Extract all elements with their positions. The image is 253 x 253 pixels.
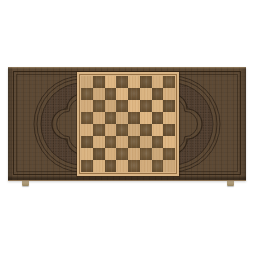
board-square: [105, 100, 117, 112]
board-square: [81, 160, 93, 172]
board-square: [128, 76, 140, 88]
board-square: [152, 88, 164, 100]
board-square: [140, 88, 152, 100]
left-rosette-ornament: [8, 67, 88, 181]
board-square: [140, 112, 152, 124]
board-square: [128, 124, 140, 136]
board-square: [152, 112, 164, 124]
board-square: [116, 160, 128, 172]
board-square: [163, 112, 175, 124]
board-square: [128, 100, 140, 112]
board-square: [93, 148, 105, 160]
board-square: [152, 100, 164, 112]
board-square: [81, 124, 93, 136]
board-square: [105, 124, 117, 136]
board-square: [105, 160, 117, 172]
board-square: [93, 136, 105, 148]
board-square: [140, 136, 152, 148]
board-square: [116, 100, 128, 112]
board-square: [152, 160, 164, 172]
board-square: [140, 100, 152, 112]
board-square: [105, 112, 117, 124]
board-square: [93, 160, 105, 172]
board-square: [128, 88, 140, 100]
game-case-lid: [8, 67, 246, 181]
board-square: [116, 124, 128, 136]
board-square: [152, 136, 164, 148]
board-square: [105, 148, 117, 160]
board-square: [163, 160, 175, 172]
board-square: [140, 124, 152, 136]
board-square: [81, 148, 93, 160]
board-square: [163, 148, 175, 160]
board-square: [152, 76, 164, 88]
board-square: [93, 124, 105, 136]
board-square: [116, 136, 128, 148]
board-square: [128, 160, 140, 172]
board-square: [128, 112, 140, 124]
board-square: [140, 148, 152, 160]
board-square: [105, 76, 117, 88]
board-square: [93, 100, 105, 112]
board-square: [140, 76, 152, 88]
board-square: [163, 88, 175, 100]
board-square: [93, 112, 105, 124]
board-square: [140, 160, 152, 172]
board-square: [128, 136, 140, 148]
chessboard-panel: [77, 72, 179, 176]
chessboard: [81, 76, 175, 172]
board-square: [152, 148, 164, 160]
board-square: [163, 100, 175, 112]
board-square: [93, 88, 105, 100]
board-square: [116, 76, 128, 88]
board-square: [116, 88, 128, 100]
board-square: [163, 76, 175, 88]
board-square: [81, 112, 93, 124]
product-photo: [0, 0, 253, 253]
board-square: [105, 136, 117, 148]
board-square: [81, 136, 93, 148]
board-square: [128, 148, 140, 160]
board-square: [105, 88, 117, 100]
board-square: [152, 124, 164, 136]
board-square: [116, 148, 128, 160]
board-square: [81, 88, 93, 100]
board-square: [81, 100, 93, 112]
board-square: [163, 124, 175, 136]
board-square: [116, 112, 128, 124]
board-square: [93, 76, 105, 88]
board-square: [81, 76, 93, 88]
board-square: [163, 136, 175, 148]
